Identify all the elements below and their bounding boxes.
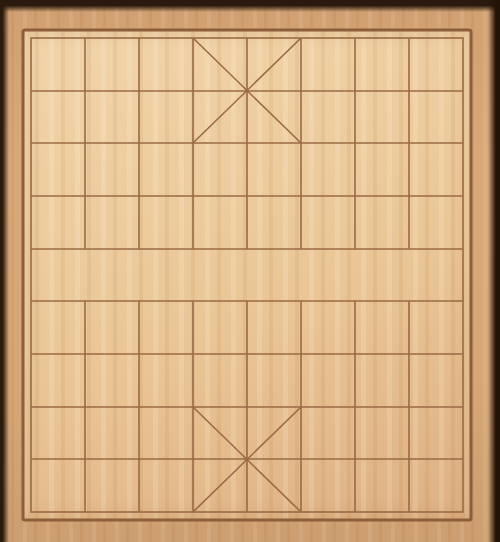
xiangqi-board (0, 0, 500, 542)
board-grid (0, 0, 500, 542)
